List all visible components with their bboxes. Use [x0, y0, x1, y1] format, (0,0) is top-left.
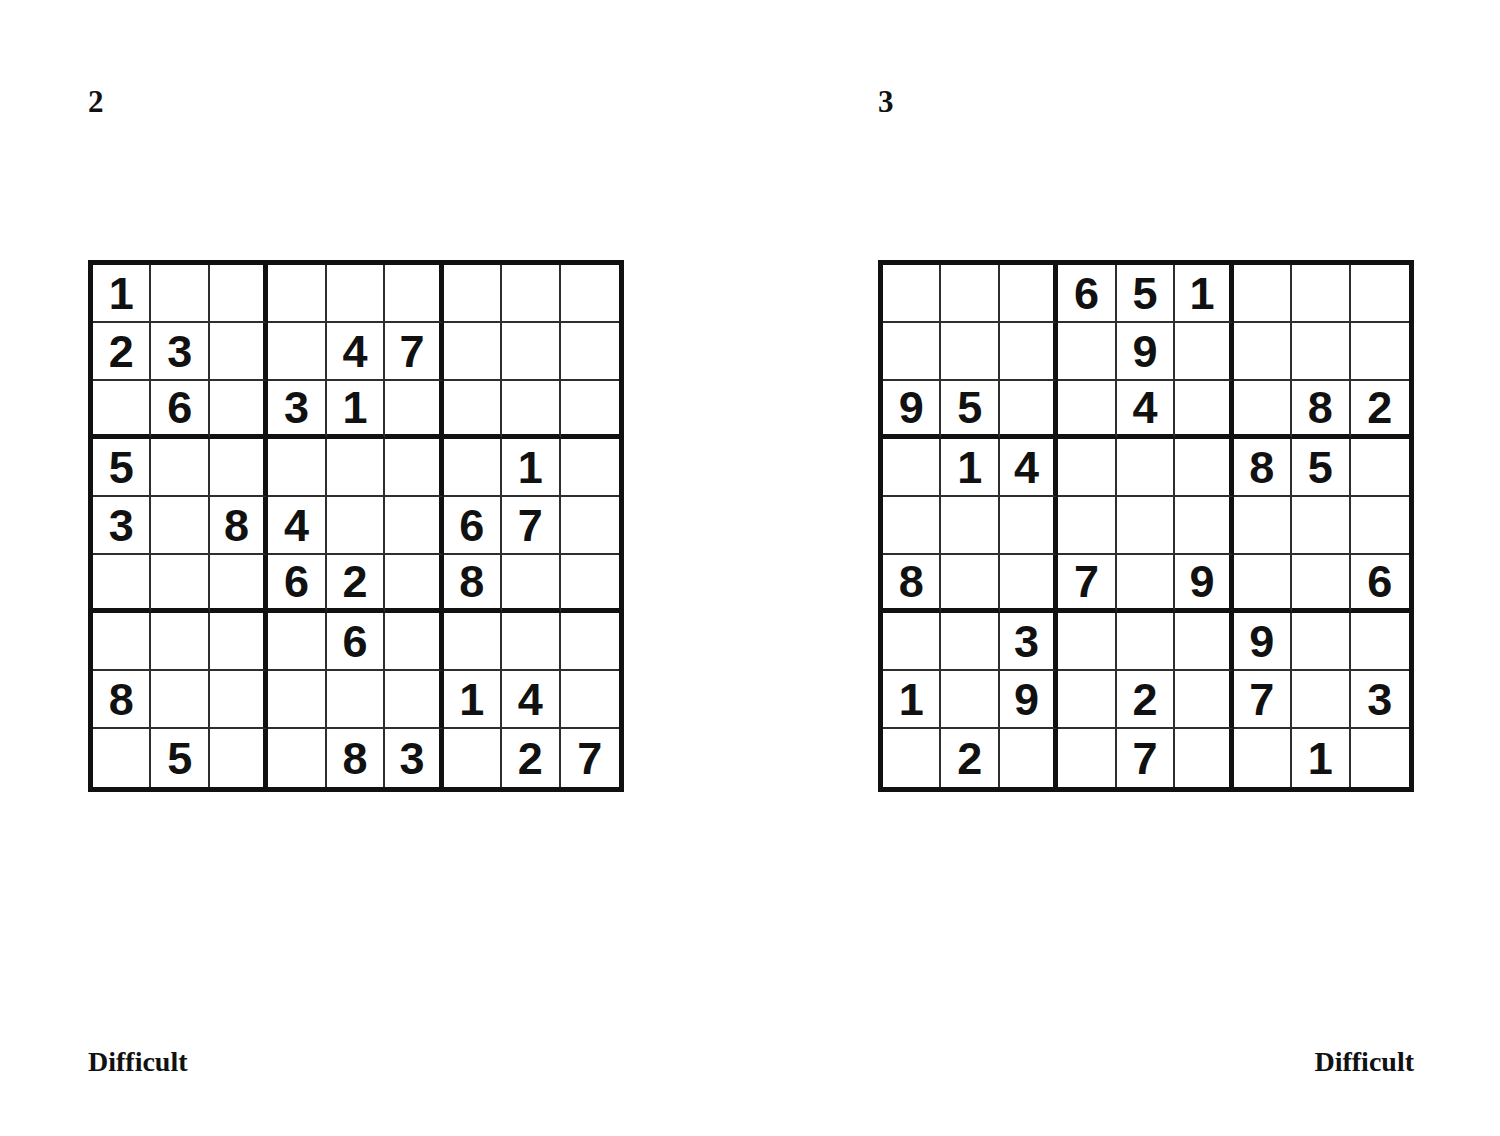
sudoku-cell-r2c4 — [268, 323, 326, 381]
sudoku-cell-r2c5: 4 — [327, 323, 385, 381]
sudoku-cell-r7c6 — [385, 613, 443, 671]
sudoku-cell-r7c2 — [941, 613, 999, 671]
sudoku-cell-r4c6 — [385, 439, 443, 497]
sudoku-cell-r7c8 — [502, 613, 560, 671]
sudoku-cell-r6c7: 8 — [444, 555, 502, 613]
sudoku-cell-r2c3 — [210, 323, 268, 381]
sudoku-cell-r5c9 — [561, 497, 619, 555]
sudoku-cell-r3c3 — [210, 381, 268, 439]
sudoku-cell-r5c2 — [941, 497, 999, 555]
sudoku-cell-r5c5 — [327, 497, 385, 555]
sudoku-cell-r1c5 — [327, 265, 385, 323]
sudoku-cell-r3c4: 3 — [268, 381, 326, 439]
sudoku-cell-r3c5: 1 — [327, 381, 385, 439]
sudoku-cell-r9c3 — [1000, 729, 1058, 787]
sudoku-cell-r1c7 — [444, 265, 502, 323]
sudoku-cell-r2c9 — [561, 323, 619, 381]
sudoku-cell-r4c8: 5 — [1292, 439, 1350, 497]
sudoku-cell-r8c1: 1 — [883, 671, 941, 729]
sudoku-cell-r2c2: 3 — [151, 323, 209, 381]
sudoku-cell-r7c8 — [1292, 613, 1350, 671]
sudoku-cell-r9c4 — [1058, 729, 1116, 787]
sudoku-cell-r6c7 — [1234, 555, 1292, 613]
sudoku-cell-r8c8: 4 — [502, 671, 560, 729]
sudoku-cell-r2c2 — [941, 323, 999, 381]
sudoku-cell-r8c5: 2 — [1117, 671, 1175, 729]
sudoku-cell-r6c9: 6 — [1351, 555, 1409, 613]
sudoku-cell-r3c7 — [1234, 381, 1292, 439]
sudoku-cell-r9c7 — [1234, 729, 1292, 787]
sudoku-cell-r4c5 — [327, 439, 385, 497]
sudoku-cell-r4c7 — [444, 439, 502, 497]
sudoku-cell-r3c1: 9 — [883, 381, 941, 439]
sudoku-cell-r8c2 — [151, 671, 209, 729]
sudoku-cell-r7c6 — [1175, 613, 1233, 671]
sudoku-cell-r5c4: 4 — [268, 497, 326, 555]
sudoku-cell-r8c5 — [327, 671, 385, 729]
sudoku-cell-r5c2 — [151, 497, 209, 555]
page-number-right: 3 — [878, 84, 894, 120]
sudoku-cell-r8c6 — [1175, 671, 1233, 729]
sudoku-cell-r8c7: 1 — [444, 671, 502, 729]
sudoku-cell-r9c5: 8 — [327, 729, 385, 787]
sudoku-cell-r7c9 — [1351, 613, 1409, 671]
sudoku-cell-r8c9: 3 — [1351, 671, 1409, 729]
sudoku-cell-r2c5: 9 — [1117, 323, 1175, 381]
sudoku-cell-r3c1 — [93, 381, 151, 439]
sudoku-cell-r1c6 — [385, 265, 443, 323]
page-number-left: 2 — [88, 84, 104, 120]
sudoku-cell-r9c6 — [1175, 729, 1233, 787]
sudoku-cell-r5c8: 7 — [502, 497, 560, 555]
sudoku-cell-r2c1 — [883, 323, 941, 381]
sudoku-cell-r7c3: 3 — [1000, 613, 1058, 671]
sudoku-cell-r6c4: 6 — [268, 555, 326, 613]
sudoku-cell-r8c6 — [385, 671, 443, 729]
sudoku-cell-r2c1: 2 — [93, 323, 151, 381]
sudoku-cell-r9c6: 3 — [385, 729, 443, 787]
sudoku-cell-r9c5: 7 — [1117, 729, 1175, 787]
sudoku-cell-r8c4 — [1058, 671, 1116, 729]
sudoku-cell-r1c4 — [268, 265, 326, 323]
sudoku-cell-r1c3 — [210, 265, 268, 323]
sudoku-cell-r2c8 — [502, 323, 560, 381]
sudoku-cell-r8c3: 9 — [1000, 671, 1058, 729]
sudoku-cell-r5c1 — [883, 497, 941, 555]
sudoku-cell-r3c9 — [561, 381, 619, 439]
sudoku-cell-r3c6 — [385, 381, 443, 439]
sudoku-cell-r5c3 — [1000, 497, 1058, 555]
sudoku-cell-r2c6 — [1175, 323, 1233, 381]
sudoku-cell-r6c1 — [93, 555, 151, 613]
sudoku-cell-r7c3 — [210, 613, 268, 671]
sudoku-cell-r3c7 — [444, 381, 502, 439]
sudoku-cell-r7c7 — [444, 613, 502, 671]
sudoku-cell-r8c8 — [1292, 671, 1350, 729]
sudoku-cell-r5c5 — [1117, 497, 1175, 555]
sudoku-cell-r8c7: 7 — [1234, 671, 1292, 729]
sudoku-cell-r2c6: 7 — [385, 323, 443, 381]
sudoku-cell-r7c5: 6 — [327, 613, 385, 671]
sudoku-cell-r9c1 — [93, 729, 151, 787]
sudoku-cell-r1c4: 6 — [1058, 265, 1116, 323]
sudoku-cell-r2c8 — [1292, 323, 1350, 381]
sudoku-cell-r6c9 — [561, 555, 619, 613]
sudoku-cell-r1c1 — [883, 265, 941, 323]
sudoku-cell-r1c5: 5 — [1117, 265, 1175, 323]
sudoku-cell-r1c2 — [941, 265, 999, 323]
sudoku-cell-r6c4: 7 — [1058, 555, 1116, 613]
sudoku-cell-r3c9: 2 — [1351, 381, 1409, 439]
sudoku-cell-r7c4 — [1058, 613, 1116, 671]
difficulty-label-left: Difficult — [88, 1046, 188, 1078]
sudoku-cell-r5c7: 6 — [444, 497, 502, 555]
sudoku-cell-r3c4 — [1058, 381, 1116, 439]
sudoku-cell-r3c6 — [1175, 381, 1233, 439]
sudoku-cell-r8c4 — [268, 671, 326, 729]
sudoku-cell-r8c2 — [941, 671, 999, 729]
sudoku-cell-r7c7: 9 — [1234, 613, 1292, 671]
sudoku-cell-r5c6 — [385, 497, 443, 555]
sudoku-cell-r4c4 — [268, 439, 326, 497]
sudoku-cell-r1c2 — [151, 265, 209, 323]
sudoku-cell-r6c8 — [1292, 555, 1350, 613]
sudoku-cell-r4c9 — [561, 439, 619, 497]
sudoku-cell-r4c3 — [210, 439, 268, 497]
sudoku-cell-r7c5 — [1117, 613, 1175, 671]
sudoku-cell-r8c3 — [210, 671, 268, 729]
sudoku-cell-r5c8 — [1292, 497, 1350, 555]
sudoku-cell-r6c5 — [1117, 555, 1175, 613]
book-spread-page: 2 3 123476315138467628681458327 65199548… — [0, 0, 1500, 1136]
sudoku-cell-r6c1: 8 — [883, 555, 941, 613]
sudoku-cell-r5c1: 3 — [93, 497, 151, 555]
sudoku-cell-r9c2: 5 — [151, 729, 209, 787]
sudoku-cell-r1c3 — [1000, 265, 1058, 323]
sudoku-cell-r8c9 — [561, 671, 619, 729]
sudoku-cell-r3c8 — [502, 381, 560, 439]
sudoku-cell-r3c5: 4 — [1117, 381, 1175, 439]
sudoku-cell-r6c8 — [502, 555, 560, 613]
sudoku-cell-r6c3 — [1000, 555, 1058, 613]
sudoku-cell-r9c9: 7 — [561, 729, 619, 787]
sudoku-cell-r2c4 — [1058, 323, 1116, 381]
sudoku-cell-r6c5: 2 — [327, 555, 385, 613]
sudoku-cell-r1c8 — [1292, 265, 1350, 323]
sudoku-cell-r4c9 — [1351, 439, 1409, 497]
sudoku-cell-r9c3 — [210, 729, 268, 787]
difficulty-label-right: Difficult — [878, 1046, 1414, 1078]
sudoku-cell-r9c8: 1 — [1292, 729, 1350, 787]
sudoku-cell-r3c8: 8 — [1292, 381, 1350, 439]
sudoku-cell-r4c8: 1 — [502, 439, 560, 497]
sudoku-cell-r9c7 — [444, 729, 502, 787]
sudoku-cell-r5c4 — [1058, 497, 1116, 555]
sudoku-cell-r7c4 — [268, 613, 326, 671]
sudoku-cell-r9c9 — [1351, 729, 1409, 787]
sudoku-cell-r3c2: 6 — [151, 381, 209, 439]
sudoku-cell-r5c9 — [1351, 497, 1409, 555]
sudoku-cell-r6c6 — [385, 555, 443, 613]
sudoku-cell-r4c3: 4 — [1000, 439, 1058, 497]
sudoku-cell-r5c3: 8 — [210, 497, 268, 555]
sudoku-cell-r7c9 — [561, 613, 619, 671]
sudoku-cell-r1c1: 1 — [93, 265, 151, 323]
sudoku-cell-r3c2: 5 — [941, 381, 999, 439]
sudoku-cell-r9c2: 2 — [941, 729, 999, 787]
sudoku-cell-r1c9 — [1351, 265, 1409, 323]
sudoku-board-left: 123476315138467628681458327 — [88, 260, 624, 792]
sudoku-cell-r4c4 — [1058, 439, 1116, 497]
sudoku-cell-r1c6: 1 — [1175, 265, 1233, 323]
sudoku-cell-r4c6 — [1175, 439, 1233, 497]
sudoku-cell-r4c2 — [151, 439, 209, 497]
sudoku-cell-r5c6 — [1175, 497, 1233, 555]
sudoku-cell-r4c1: 5 — [93, 439, 151, 497]
sudoku-cell-r8c1: 8 — [93, 671, 151, 729]
sudoku-cell-r9c1 — [883, 729, 941, 787]
sudoku-cell-r4c1 — [883, 439, 941, 497]
sudoku-cell-r2c7 — [1234, 323, 1292, 381]
sudoku-cell-r2c7 — [444, 323, 502, 381]
sudoku-cell-r3c3 — [1000, 381, 1058, 439]
sudoku-cell-r1c9 — [561, 265, 619, 323]
sudoku-cell-r6c2 — [941, 555, 999, 613]
sudoku-cell-r1c7 — [1234, 265, 1292, 323]
sudoku-cell-r7c1 — [93, 613, 151, 671]
sudoku-cell-r1c8 — [502, 265, 560, 323]
sudoku-board-right: 651995482148587963919273271 — [878, 260, 1414, 792]
sudoku-cell-r6c3 — [210, 555, 268, 613]
sudoku-cell-r4c2: 1 — [941, 439, 999, 497]
sudoku-cell-r7c2 — [151, 613, 209, 671]
sudoku-cell-r6c6: 9 — [1175, 555, 1233, 613]
sudoku-cell-r9c4 — [268, 729, 326, 787]
sudoku-cell-r4c7: 8 — [1234, 439, 1292, 497]
sudoku-cell-r2c3 — [1000, 323, 1058, 381]
sudoku-cell-r2c9 — [1351, 323, 1409, 381]
sudoku-cell-r6c2 — [151, 555, 209, 613]
sudoku-cell-r4c5 — [1117, 439, 1175, 497]
sudoku-cell-r9c8: 2 — [502, 729, 560, 787]
sudoku-cell-r7c1 — [883, 613, 941, 671]
sudoku-cell-r5c7 — [1234, 497, 1292, 555]
